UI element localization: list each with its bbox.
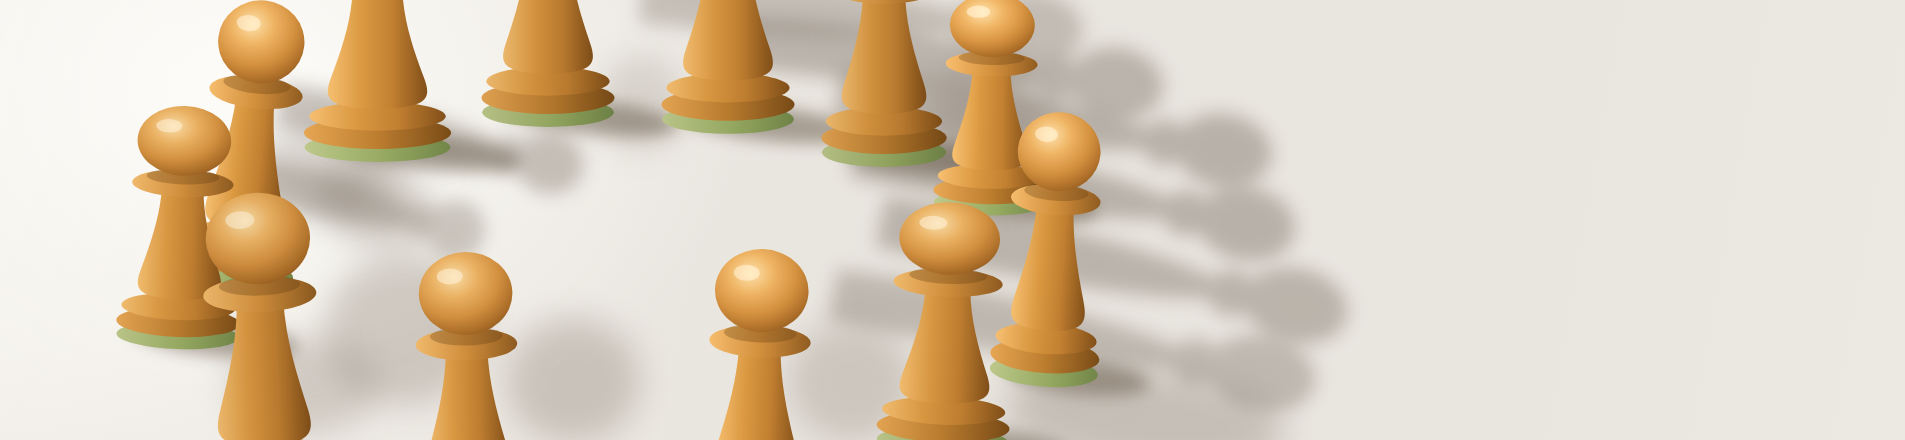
pawn-layer bbox=[0, 0, 1905, 440]
wooden-pawn bbox=[184, 183, 340, 440]
pawn-shape bbox=[400, 244, 535, 440]
pawn-circle-photo bbox=[0, 0, 1905, 440]
pawn-shape bbox=[478, 0, 618, 130]
pawn-shape bbox=[872, 194, 1021, 440]
pawn-shape bbox=[658, 0, 798, 137]
pawn-shape bbox=[818, 0, 950, 170]
wooden-pawn bbox=[478, 0, 618, 130]
pawn-shape bbox=[184, 183, 340, 440]
wooden-pawn bbox=[658, 0, 798, 137]
wooden-pawn bbox=[872, 194, 1021, 440]
wooden-pawn bbox=[400, 244, 535, 440]
pawn-shape bbox=[688, 240, 828, 440]
wooden-pawn bbox=[688, 240, 828, 440]
wooden-pawn bbox=[818, 0, 950, 170]
